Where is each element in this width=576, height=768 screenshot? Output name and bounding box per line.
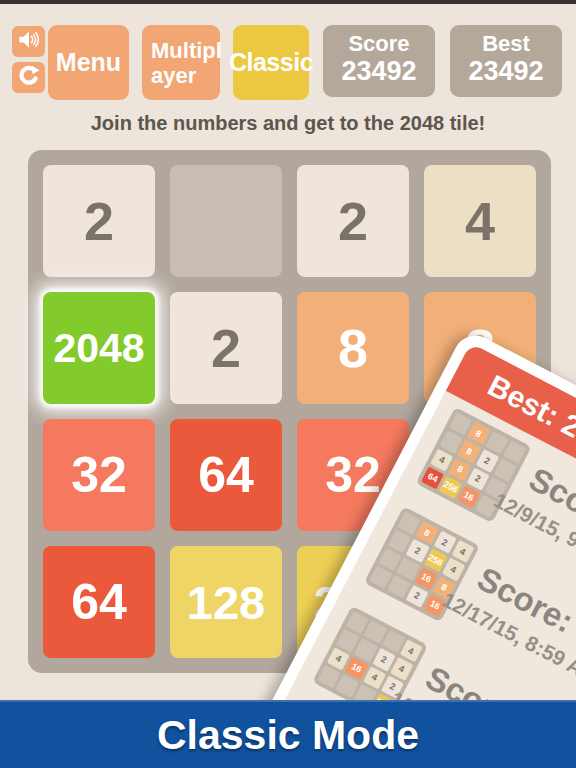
mini-empty-cell [494, 458, 517, 481]
tile-32: 32 [43, 419, 155, 531]
menu-button-label: Menu [56, 48, 121, 77]
refresh-icon [17, 64, 41, 92]
tile-128: 128 [170, 546, 282, 658]
score-box: Score 23492 [323, 25, 435, 97]
mini-tile-4: 4 [390, 657, 413, 680]
top-strip [0, 0, 576, 4]
empty-cell [170, 165, 282, 277]
score-label: Score [323, 32, 435, 56]
tile-64: 64 [170, 419, 282, 531]
tile-4: 4 [424, 165, 536, 277]
multiplayer-button[interactable]: Multipl ayer [142, 25, 220, 100]
score-value: 23492 [323, 56, 435, 86]
tile-64: 64 [43, 546, 155, 658]
multiplayer-label-line1: Multipl [151, 38, 222, 63]
classic-mode-button[interactable]: Classic [233, 25, 309, 100]
tile-8: 8 [297, 292, 409, 404]
best-label: Best [450, 32, 562, 56]
mini-tile-4: 4 [442, 558, 465, 581]
tile-2048: 2048 [43, 292, 155, 404]
mode-banner-label: Classic Mode [157, 712, 419, 759]
classic-button-label: Classic [229, 48, 313, 77]
best-box: Best 23492 [450, 25, 562, 97]
subtitle: Join the numbers and get to the 2048 til… [0, 112, 576, 135]
restart-button[interactable] [12, 62, 45, 93]
tile-2: 2 [170, 292, 282, 404]
menu-button[interactable]: Menu [48, 25, 129, 100]
app-screen: Menu Multipl ayer Classic Score 23492 Be… [0, 0, 576, 768]
sound-button[interactable] [12, 26, 45, 57]
tile-2: 2 [43, 165, 155, 277]
speaker-icon [17, 28, 40, 55]
tile-2: 2 [297, 165, 409, 277]
best-value: 23492 [450, 56, 562, 86]
multiplayer-label-line2: ayer [151, 63, 196, 88]
mode-banner: Classic Mode [0, 700, 576, 768]
